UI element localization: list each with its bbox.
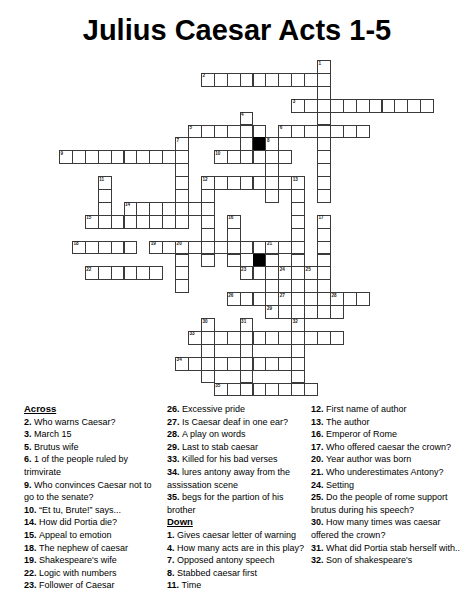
grid-cell[interactable] — [304, 305, 318, 319]
grid-cell[interactable] — [111, 215, 125, 229]
cell-number: 22 — [86, 267, 91, 272]
clue: 4. How many acts are in this play? — [167, 542, 313, 555]
grid-cell[interactable] — [304, 331, 318, 345]
clue: 7. Opposed antony speech — [167, 554, 313, 567]
grid-cell[interactable] — [291, 241, 305, 255]
grid-cell[interactable] — [291, 266, 305, 280]
cell-number: 24 — [280, 267, 285, 272]
cell-number: 14 — [125, 202, 130, 207]
grid-cell[interactable] — [175, 279, 189, 293]
grid-cell[interactable] — [265, 176, 279, 190]
clue: 28. A play on words — [167, 428, 313, 441]
grid-cell[interactable] — [227, 241, 241, 255]
grid-cell[interactable] — [214, 73, 228, 87]
cell-number: 23 — [241, 267, 246, 272]
grid-cell[interactable] — [317, 137, 331, 151]
grid-cell[interactable] — [111, 266, 125, 280]
grid-cell[interactable] — [201, 241, 215, 255]
grid-cell[interactable] — [240, 137, 254, 151]
clue: 26. Excessive pride — [167, 403, 313, 416]
grid-cell[interactable]: 11 — [98, 176, 112, 190]
grid-cell[interactable]: 12 — [201, 176, 215, 190]
grid-cell[interactable] — [291, 73, 305, 87]
cell-number: 20 — [177, 241, 182, 246]
grid-cell[interactable] — [136, 266, 150, 280]
grid-cell[interactable] — [227, 73, 241, 87]
grid-cell[interactable] — [317, 331, 331, 345]
clue: 9. Who convinces Caesar not to go to the… — [24, 479, 164, 504]
grid-cell[interactable] — [291, 215, 305, 229]
grid-cell[interactable] — [175, 189, 189, 203]
grid-cell[interactable] — [162, 215, 176, 229]
grid-cell[interactable] — [278, 305, 292, 319]
grid-cell[interactable]: 10 — [214, 150, 228, 164]
grid-cell[interactable] — [265, 266, 279, 280]
grid-cell[interactable] — [85, 150, 99, 164]
grid-cell[interactable] — [188, 202, 202, 216]
grid-cell[interactable] — [240, 383, 254, 397]
grid-cell[interactable] — [278, 73, 292, 87]
black-cell — [253, 137, 267, 151]
grid-cell[interactable] — [240, 125, 254, 139]
grid-cell[interactable] — [149, 150, 163, 164]
grid-cell[interactable] — [240, 292, 254, 306]
grid-cell[interactable] — [291, 189, 305, 203]
grid-cell[interactable] — [201, 357, 215, 371]
grid-cell[interactable]: 30 — [201, 318, 215, 332]
grid-cell[interactable]: 20 — [175, 241, 189, 255]
grid-cell[interactable]: 21 — [265, 241, 279, 255]
cell-number: 12 — [202, 177, 207, 182]
grid-cell[interactable] — [278, 331, 292, 345]
grid-cell[interactable] — [149, 215, 163, 229]
grid-cell[interactable] — [291, 279, 305, 293]
clue-column-3: 12. First name of author13. The author16… — [311, 403, 466, 567]
grid-cell[interactable] — [227, 254, 241, 268]
grid-cell[interactable] — [291, 383, 305, 397]
grid-cell[interactable] — [227, 125, 241, 139]
grid-cell[interactable] — [227, 150, 241, 164]
grid-cell[interactable] — [253, 241, 267, 255]
clue: 2. Who warns Caesar? — [24, 416, 164, 429]
grid-cell[interactable]: 6 — [278, 125, 292, 139]
grid-cell[interactable]: 35 — [214, 383, 228, 397]
grid-cell[interactable] — [149, 266, 163, 280]
grid-cell[interactable] — [201, 370, 215, 384]
cell-number: 13 — [293, 177, 298, 182]
grid-cell[interactable] — [240, 331, 254, 345]
grid-cell[interactable] — [124, 215, 138, 229]
down-header: Down — [167, 516, 313, 529]
grid-cell[interactable] — [240, 344, 254, 358]
grid-cell[interactable] — [149, 202, 163, 216]
grid-cell[interactable] — [304, 73, 318, 87]
grid-cell[interactable] — [98, 189, 112, 203]
grid-cell[interactable]: 24 — [278, 266, 292, 280]
cell-number: 2 — [202, 73, 205, 78]
grid-cell[interactable] — [330, 305, 344, 319]
clue: 24. Setting — [311, 479, 466, 492]
clue: 23. Follower of Caesar — [24, 579, 164, 592]
grid-cell[interactable] — [175, 202, 189, 216]
grid-cell[interactable]: 25 — [304, 266, 318, 280]
grid-cell[interactable]: 1 — [317, 60, 331, 74]
grid-cell[interactable] — [291, 305, 305, 319]
grid-cell[interactable]: 17 — [317, 215, 331, 229]
grid-cell[interactable]: 4 — [240, 112, 254, 126]
grid-cell[interactable] — [124, 266, 138, 280]
grid-cell[interactable] — [253, 150, 267, 164]
cell-number: 34 — [177, 357, 182, 362]
grid-cell[interactable] — [304, 292, 318, 306]
grid-cell[interactable] — [317, 189, 331, 203]
grid-cell[interactable] — [291, 292, 305, 306]
grid-cell[interactable] — [317, 99, 331, 113]
grid-cell[interactable] — [72, 150, 86, 164]
grid-cell[interactable]: 3 — [291, 99, 305, 113]
grid-cell[interactable] — [291, 370, 305, 384]
grid-cell[interactable] — [330, 99, 344, 113]
cell-number: 30 — [202, 319, 207, 324]
grid-cell[interactable] — [98, 215, 112, 229]
grid-cell[interactable] — [227, 383, 241, 397]
cell-number: 16 — [228, 215, 233, 220]
grid-cell[interactable] — [265, 254, 279, 268]
grid-cell[interactable] — [253, 73, 267, 87]
grid-cell[interactable] — [175, 163, 189, 177]
grid-cell[interactable]: 2 — [201, 73, 215, 87]
grid-cell[interactable] — [175, 176, 189, 190]
grid-cell[interactable] — [214, 331, 228, 345]
grid-cell[interactable]: 14 — [124, 202, 138, 216]
grid-cell[interactable] — [291, 254, 305, 268]
cell-number: 1 — [319, 61, 322, 66]
grid-cell[interactable] — [343, 292, 357, 306]
puzzle-title: Julius Caesar Acts 1-5 — [0, 14, 474, 47]
black-cell — [253, 254, 267, 268]
cell-number: 3 — [293, 99, 296, 104]
cell-number: 7 — [177, 138, 180, 143]
grid-cell[interactable] — [136, 215, 150, 229]
grid-cell[interactable]: 22 — [85, 266, 99, 280]
grid-cell[interactable] — [253, 125, 267, 139]
clue: 31. What did Portia stab herself with.. — [311, 542, 466, 555]
clue: 30. How many times was caesar offered th… — [311, 516, 466, 541]
grid-cell[interactable] — [304, 383, 318, 397]
grid-cell[interactable]: 23 — [240, 266, 254, 280]
grid-cell[interactable] — [214, 357, 228, 371]
clue: 34. lures antony away from the assissati… — [167, 466, 313, 491]
clue: 32. Son of shakespeare's — [311, 554, 466, 567]
grid-cell[interactable] — [136, 202, 150, 216]
grid-cell[interactable]: 29 — [265, 305, 279, 319]
grid-cell[interactable]: 13 — [291, 176, 305, 190]
grid-cell[interactable] — [188, 241, 202, 255]
cell-number: 8 — [267, 138, 270, 143]
grid-cell[interactable] — [201, 254, 215, 268]
clue-column-1: Across2. Who warns Caesar?3. March 155. … — [24, 403, 164, 592]
cell-number: 29 — [267, 306, 272, 311]
grid-cell[interactable] — [214, 241, 228, 255]
grid-cell[interactable] — [253, 292, 267, 306]
cell-number: 9 — [61, 151, 64, 156]
grid-cell[interactable] — [317, 150, 331, 164]
grid-cell[interactable] — [356, 292, 370, 306]
grid-cell[interactable] — [175, 215, 189, 229]
clue: 27. Is Caesar deaf in one ear? — [167, 416, 313, 429]
cell-number: 19 — [151, 241, 156, 246]
grid-cell[interactable] — [304, 125, 318, 139]
grid-cell[interactable] — [201, 331, 215, 345]
grid-cell[interactable] — [317, 279, 331, 293]
grid-cell[interactable] — [382, 99, 396, 113]
clue: 13. The author — [311, 416, 466, 429]
grid-cell[interactable]: 8 — [265, 137, 279, 151]
cell-number: 17 — [319, 215, 324, 220]
grid-cell[interactable] — [240, 370, 254, 384]
grid-cell[interactable] — [356, 125, 370, 139]
clue: 8. Stabbed caesar first — [167, 567, 313, 580]
grid-cell[interactable] — [317, 125, 331, 139]
grid-cell[interactable] — [201, 344, 215, 358]
grid-cell[interactable] — [240, 241, 254, 255]
grid-cell[interactable] — [227, 228, 241, 242]
grid-cell[interactable] — [175, 266, 189, 280]
grid-cell[interactable] — [253, 357, 267, 371]
grid-cell[interactable]: 31 — [240, 318, 254, 332]
grid-cell[interactable] — [265, 150, 279, 164]
grid-cell[interactable] — [111, 150, 125, 164]
grid-cell[interactable] — [317, 305, 331, 319]
grid-cell[interactable] — [201, 189, 215, 203]
grid-cell[interactable] — [201, 228, 215, 242]
grid-cell[interactable]: 32 — [291, 318, 305, 332]
grid-cell[interactable]: 16 — [227, 215, 241, 229]
grid-cell[interactable] — [278, 383, 292, 397]
grid-cell[interactable] — [330, 125, 344, 139]
cell-number: 11 — [99, 177, 104, 182]
grid-cell[interactable] — [253, 383, 267, 397]
grid-cell[interactable] — [136, 150, 150, 164]
grid-cell[interactable] — [214, 125, 228, 139]
clue: 22. Logic with numbers — [24, 567, 164, 580]
grid-cell[interactable] — [175, 254, 189, 268]
cell-number: 21 — [267, 241, 272, 246]
grid-cell[interactable] — [265, 279, 279, 293]
grid-cell[interactable] — [369, 99, 383, 113]
grid-cell[interactable] — [394, 99, 408, 113]
clue: 1. Gives caesar letter of warning — [167, 529, 313, 542]
grid-cell[interactable] — [253, 266, 267, 280]
grid-cell[interactable] — [291, 331, 305, 345]
grid-cell[interactable] — [317, 112, 331, 126]
grid-cell[interactable] — [111, 241, 125, 255]
grid-cell[interactable]: 7 — [175, 137, 189, 151]
grid-cell[interactable]: 27 — [278, 292, 292, 306]
clue: 18. The nephew of caesar — [24, 542, 164, 555]
grid-cell[interactable] — [278, 279, 292, 293]
grid-cell[interactable] — [343, 125, 357, 139]
grid-cell[interactable]: 28 — [330, 292, 344, 306]
grid-cell[interactable] — [278, 357, 292, 371]
grid-cell[interactable] — [240, 73, 254, 87]
clue: 33. Killed for his bad verses — [167, 453, 313, 466]
grid-cell[interactable] — [265, 73, 279, 87]
clue: 15. Appeal to emotion — [24, 529, 164, 542]
grid-cell[interactable]: 34 — [175, 357, 189, 371]
grid-cell[interactable] — [162, 241, 176, 255]
clue: 11. Time — [167, 579, 313, 592]
grid-cell[interactable] — [291, 357, 305, 371]
grid-cell[interactable] — [265, 357, 279, 371]
grid-cell[interactable] — [356, 99, 370, 113]
grid-cell[interactable] — [343, 99, 357, 113]
grid-cell[interactable] — [98, 266, 112, 280]
grid-cell[interactable]: 33 — [188, 331, 202, 345]
grid-cell[interactable] — [227, 357, 241, 371]
grid-cell[interactable] — [265, 163, 279, 177]
grid-cell[interactable] — [214, 176, 228, 190]
cell-number: 31 — [241, 319, 246, 324]
grid-cell[interactable] — [253, 331, 267, 345]
cell-number: 4 — [241, 112, 244, 117]
grid-cell[interactable] — [124, 241, 138, 255]
grid-cell[interactable] — [201, 125, 215, 139]
grid-cell[interactable] — [85, 241, 99, 255]
grid-cell[interactable] — [201, 215, 215, 229]
cell-number: 35 — [215, 383, 220, 388]
grid-cell[interactable]: 5 — [188, 125, 202, 139]
clue: 5. Brutus wife — [24, 441, 164, 454]
grid-cell[interactable] — [291, 228, 305, 242]
grid-cell[interactable] — [291, 202, 305, 216]
grid-cell[interactable] — [317, 241, 331, 255]
grid-cell[interactable] — [317, 176, 331, 190]
grid-cell[interactable] — [278, 241, 292, 255]
grid-cell[interactable] — [188, 357, 202, 371]
grid-cell[interactable] — [240, 150, 254, 164]
grid-cell[interactable] — [278, 150, 292, 164]
grid-cell[interactable] — [124, 150, 138, 164]
grid-cell[interactable] — [317, 163, 331, 177]
cell-number: 32 — [293, 319, 298, 324]
grid-cell[interactable] — [317, 228, 331, 242]
grid-cell[interactable] — [253, 176, 267, 190]
crossword-page: Julius Caesar Acts 1-5 12345678910111213… — [0, 0, 474, 613]
grid-cell[interactable] — [265, 189, 279, 203]
grid-cell[interactable] — [227, 176, 241, 190]
cell-number: 5 — [190, 125, 193, 130]
clue: 16. Emperor of Rome — [311, 428, 466, 441]
grid-cell[interactable] — [175, 150, 189, 164]
grid-cell[interactable]: 9 — [59, 150, 73, 164]
clue: 14. How did Portia die? — [24, 516, 164, 529]
clue: 19. Shakespeare's wife — [24, 554, 164, 567]
grid-cell[interactable] — [201, 202, 215, 216]
grid-cell[interactable] — [278, 176, 292, 190]
grid-cell[interactable] — [291, 125, 305, 139]
grid-cell[interactable]: 19 — [149, 241, 163, 255]
grid-cell[interactable] — [162, 150, 176, 164]
clue-column-2: 26. Excessive pride27. Is Caesar deaf in… — [167, 403, 313, 592]
grid-cell[interactable]: 15 — [85, 215, 99, 229]
grid-cell[interactable] — [98, 150, 112, 164]
grid-cell[interactable] — [98, 241, 112, 255]
grid-cell[interactable] — [240, 357, 254, 371]
grid-cell[interactable]: 26 — [227, 292, 241, 306]
grid-cell[interactable] — [304, 279, 318, 293]
clue: 25. Do the people of rome support brutus… — [311, 491, 466, 516]
clue: 3. March 15 — [24, 428, 164, 441]
grid-cell[interactable] — [227, 331, 241, 345]
cell-number: 6 — [280, 125, 283, 130]
grid-cell[interactable]: 18 — [72, 241, 86, 255]
cell-number: 26 — [228, 293, 233, 298]
grid-cell[interactable] — [162, 202, 176, 216]
clue: 17. Who offered caesar the crown? — [311, 441, 466, 454]
grid-cell[interactable] — [420, 99, 434, 113]
grid-cell[interactable] — [317, 254, 331, 268]
clue: 29. Last to stab caesar — [167, 441, 313, 454]
clue: 10. “Et tu, Brute!” says... — [24, 504, 164, 517]
grid-cell[interactable] — [304, 99, 318, 113]
grid-cell[interactable] — [317, 86, 331, 100]
grid-cell[interactable] — [240, 176, 254, 190]
grid-cell[interactable] — [265, 383, 279, 397]
cell-number: 18 — [73, 241, 78, 246]
grid-cell[interactable] — [291, 344, 305, 358]
cell-number: 10 — [215, 151, 220, 156]
clue: 35. begs for the partion of his brother — [167, 491, 313, 516]
cell-number: 15 — [86, 215, 91, 220]
grid-cell[interactable] — [265, 331, 279, 345]
clue: 6. 1 of the people ruled by trimvirate — [24, 453, 164, 478]
clue: 20. Year author was born — [311, 453, 466, 466]
grid-cell[interactable] — [98, 202, 112, 216]
grid-cell[interactable] — [317, 73, 331, 87]
grid-cell[interactable] — [317, 266, 331, 280]
cell-number: 27 — [280, 293, 285, 298]
across-header: Across — [24, 403, 164, 416]
clue: 21. Who underestimates Antony? — [311, 466, 466, 479]
crossword-grid: 1234567891011121314151617181920212223242… — [59, 60, 433, 396]
grid-cell[interactable] — [407, 99, 421, 113]
clue: 12. First name of author — [311, 403, 466, 416]
grid-cell[interactable] — [330, 331, 344, 345]
cell-number: 33 — [190, 331, 195, 336]
cell-number: 25 — [306, 267, 311, 272]
cell-number: 28 — [331, 293, 336, 298]
